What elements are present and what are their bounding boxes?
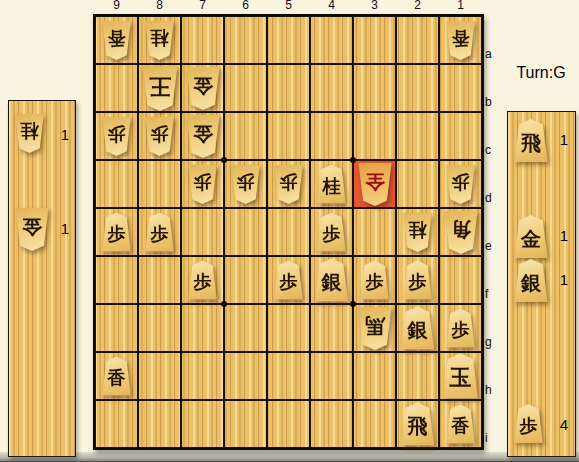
piece-tile: 歩 (316, 213, 347, 252)
piece-kanji: 香 (452, 29, 470, 47)
sente-hand-tray: 飛1金1銀1歩4 (507, 111, 576, 457)
board-square[interactable] (353, 16, 396, 64)
board-square[interactable] (267, 400, 310, 448)
piece-kanji: 香 (452, 417, 470, 435)
hand-piece-count: 1 (554, 227, 574, 244)
board-square[interactable] (310, 64, 353, 112)
piece-tile: 歩 (445, 165, 476, 204)
piece-kanji: 銀 (521, 273, 541, 293)
board-square[interactable] (224, 112, 267, 160)
piece-tile: 桂 (402, 213, 433, 252)
rank-label: e (485, 222, 499, 270)
piece-tile: 桂 (144, 21, 175, 60)
piece-tile: 角 (443, 211, 479, 254)
piece-tile: 香 (445, 405, 476, 444)
piece-kanji: 歩 (280, 173, 298, 191)
piece-kanji: 桂 (323, 177, 341, 195)
shogi-board: 香桂香王金歩歩金歩歩歩桂全歩歩歩歩桂角歩歩銀歩歩馬銀歩香玉飛香 (93, 14, 484, 450)
board-square[interactable]: 歩 (439, 160, 482, 208)
board-square[interactable] (310, 112, 353, 160)
board-square[interactable] (396, 352, 439, 400)
shogi-piece-飛[interactable]: 飛 (513, 119, 549, 162)
board-square[interactable] (95, 64, 138, 112)
piece-kanji: 香 (108, 29, 126, 47)
shogi-piece-歩[interactable]: 歩 (359, 261, 390, 300)
board-square[interactable] (181, 352, 224, 400)
piece-tile: 飛 (400, 403, 436, 446)
file-label: 3 (353, 0, 396, 12)
shogi-piece-角[interactable]: 角 (443, 211, 479, 254)
file-label: 9 (95, 0, 138, 12)
board-square[interactable] (267, 304, 310, 352)
board-square[interactable]: 桂 (396, 208, 439, 256)
file-label: 8 (138, 0, 181, 12)
rank-label: g (485, 318, 499, 366)
shogi-piece-歩[interactable]: 歩 (187, 261, 218, 300)
board-square[interactable]: 飛 (396, 400, 439, 448)
board-square[interactable]: 歩 (138, 208, 181, 256)
board-square[interactable] (181, 208, 224, 256)
board-square[interactable] (439, 112, 482, 160)
hoshi-dot (221, 157, 227, 163)
shogi-piece-歩[interactable]: 歩 (445, 309, 476, 348)
shogi-piece-歩[interactable]: 歩 (445, 165, 476, 204)
shogi-piece-桂[interactable]: 桂 (316, 165, 347, 204)
piece-kanji: 歩 (108, 125, 126, 143)
piece-kanji: 歩 (237, 173, 255, 191)
piece-kanji: 歩 (452, 321, 470, 339)
hoshi-dot (221, 301, 227, 307)
board-square[interactable]: 桂 (310, 160, 353, 208)
board-square[interactable]: 歩 (224, 160, 267, 208)
piece-tile: 銀 (400, 307, 436, 350)
shogi-piece-金[interactable]: 金 (185, 115, 221, 158)
piece-kanji: 歩 (409, 273, 427, 291)
board-square[interactable] (95, 304, 138, 352)
rank-label: h (485, 366, 499, 414)
piece-kanji: 銀 (408, 320, 428, 340)
gote-hand-tray: 桂1金1 (8, 100, 76, 457)
shogi-piece-香[interactable]: 香 (445, 21, 476, 60)
board-square[interactable] (267, 64, 310, 112)
board-square[interactable]: 玉 (439, 352, 482, 400)
piece-tile: 馬 (357, 307, 393, 350)
piece-kanji: 歩 (151, 225, 169, 243)
piece-kanji: 歩 (108, 225, 126, 243)
piece-kanji: 桂 (151, 29, 169, 47)
board-square[interactable] (267, 208, 310, 256)
hoshi-dot (350, 301, 356, 307)
rank-label: c (485, 126, 499, 174)
shogi-piece-銀[interactable]: 銀 (400, 307, 436, 350)
shogi-piece-香[interactable]: 香 (101, 357, 132, 396)
board-square[interactable] (224, 304, 267, 352)
board-square[interactable] (353, 208, 396, 256)
piece-kanji: 歩 (280, 273, 298, 291)
board-square[interactable] (439, 64, 482, 112)
board-square[interactable] (138, 400, 181, 448)
piece-tile: 歩 (513, 404, 544, 443)
piece-tile: 歩 (273, 261, 304, 300)
piece-tile: 歩 (445, 309, 476, 348)
board-square[interactable]: 全 (353, 160, 396, 208)
piece-kanji: 金 (521, 229, 541, 249)
shogi-piece-歩[interactable]: 歩 (316, 213, 347, 252)
hoshi-dot (350, 157, 356, 163)
rank-label: d (485, 174, 499, 222)
piece-kanji: 金 (193, 76, 213, 96)
piece-kanji: 全 (365, 172, 385, 192)
rank-label: a (485, 30, 499, 78)
piece-tile: 金 (14, 208, 50, 251)
shogi-piece-歩[interactable]: 歩 (273, 261, 304, 300)
board-square[interactable]: 銀 (310, 256, 353, 304)
piece-kanji: 飛 (408, 416, 428, 436)
shogi-piece-香[interactable]: 香 (445, 405, 476, 444)
shogi-piece-馬[interactable]: 馬 (357, 307, 393, 350)
board-square[interactable]: 銀 (396, 304, 439, 352)
board-square[interactable] (353, 400, 396, 448)
board-square[interactable]: 香 (95, 16, 138, 64)
shogi-piece-金[interactable]: 金 (513, 215, 549, 258)
board-square[interactable] (138, 160, 181, 208)
board-square[interactable]: 歩 (138, 112, 181, 160)
piece-tile: 金 (185, 67, 221, 110)
shogi-piece-歩[interactable]: 歩 (513, 404, 544, 443)
board-square[interactable]: 歩 (181, 256, 224, 304)
board-square[interactable] (224, 256, 267, 304)
shogi-piece-桂[interactable]: 桂 (402, 213, 433, 252)
piece-kanji: 金 (193, 124, 213, 144)
shogi-piece-全[interactable]: 全 (357, 163, 393, 206)
file-label: 7 (181, 0, 224, 12)
board-square[interactable] (353, 64, 396, 112)
shogi-piece-金[interactable]: 金 (14, 208, 50, 251)
board-square[interactable]: 金 (181, 112, 224, 160)
piece-tile: 全 (357, 163, 393, 206)
board-square[interactable]: 歩 (439, 304, 482, 352)
shogi-piece-歩[interactable]: 歩 (101, 213, 132, 252)
piece-tile: 歩 (273, 165, 304, 204)
board-square[interactable] (396, 160, 439, 208)
board-square[interactable]: 歩 (181, 160, 224, 208)
piece-tile: 歩 (187, 261, 218, 300)
piece-kanji: 銀 (322, 272, 342, 292)
turn-indicator: Turn:G (506, 64, 576, 82)
board-square[interactable] (353, 352, 396, 400)
shogi-piece-金[interactable]: 金 (185, 67, 221, 110)
piece-tile: 桂 (14, 114, 45, 153)
piece-tile: 歩 (144, 117, 175, 156)
board-square[interactable]: 王 (138, 64, 181, 112)
piece-tile: 桂 (316, 165, 347, 204)
board-square[interactable] (224, 352, 267, 400)
piece-kanji: 桂 (409, 221, 427, 239)
board-square[interactable] (181, 16, 224, 64)
board-square[interactable] (396, 112, 439, 160)
shogi-piece-歩[interactable]: 歩 (144, 213, 175, 252)
board-square[interactable] (224, 400, 267, 448)
piece-tile: 歩 (187, 165, 218, 204)
piece-kanji: 歩 (323, 225, 341, 243)
piece-tile: 香 (101, 21, 132, 60)
piece-tile: 歩 (402, 261, 433, 300)
board-square[interactable]: 歩 (267, 160, 310, 208)
board-square[interactable] (95, 256, 138, 304)
shogi-piece-飛[interactable]: 飛 (400, 403, 436, 446)
shogi-piece-桂[interactable]: 桂 (14, 114, 45, 153)
board-square[interactable]: 歩 (353, 256, 396, 304)
shogi-piece-歩[interactable]: 歩 (273, 165, 304, 204)
piece-kanji: 王 (149, 75, 171, 97)
rank-label: b (485, 78, 499, 126)
hand-piece-count: 1 (554, 271, 574, 288)
board-square[interactable] (224, 208, 267, 256)
piece-kanji: 歩 (151, 125, 169, 143)
board-square[interactable]: 香 (95, 352, 138, 400)
board-square[interactable] (138, 256, 181, 304)
hand-piece-count: 1 (554, 131, 574, 148)
piece-tile: 王 (141, 66, 179, 111)
piece-kanji: 歩 (520, 417, 538, 435)
board-square[interactable] (224, 64, 267, 112)
piece-tile: 飛 (513, 119, 549, 162)
shogi-piece-桂[interactable]: 桂 (144, 21, 175, 60)
piece-kanji: 歩 (194, 173, 212, 191)
board-square[interactable] (138, 304, 181, 352)
piece-kanji: 飛 (521, 133, 541, 153)
board-square[interactable]: 歩 (310, 208, 353, 256)
file-label: 5 (267, 0, 310, 12)
shogi-piece-歩[interactable]: 歩 (144, 117, 175, 156)
board-square[interactable]: 角 (439, 208, 482, 256)
piece-tile: 歩 (101, 117, 132, 156)
shogi-piece-銀[interactable]: 銀 (513, 259, 549, 302)
piece-kanji: 香 (108, 369, 126, 387)
file-label: 2 (396, 0, 439, 12)
piece-tile: 玉 (442, 354, 480, 399)
board-square[interactable] (267, 352, 310, 400)
hand-piece-count: 4 (554, 416, 574, 433)
piece-kanji: 金 (22, 218, 42, 238)
shogi-piece-歩[interactable]: 歩 (101, 117, 132, 156)
board-square[interactable] (310, 352, 353, 400)
piece-tile: 金 (185, 115, 221, 158)
board-area: 987654321 abcdefghi 香桂香王金歩歩金歩歩歩桂全歩歩歩歩桂角歩… (93, 14, 484, 450)
shogi-piece-歩[interactable]: 歩 (402, 261, 433, 300)
piece-tile: 歩 (144, 213, 175, 252)
board-square[interactable] (181, 304, 224, 352)
piece-kanji: 歩 (452, 173, 470, 191)
piece-tile: 香 (445, 21, 476, 60)
shogi-piece-香[interactable]: 香 (101, 21, 132, 60)
piece-kanji: 玉 (450, 367, 472, 389)
piece-kanji: 角 (451, 220, 471, 240)
board-square[interactable] (353, 112, 396, 160)
rank-label: f (485, 270, 499, 318)
board-square[interactable] (310, 16, 353, 64)
piece-kanji: 歩 (366, 273, 384, 291)
piece-kanji: 馬 (365, 316, 385, 336)
piece-tile: 歩 (230, 165, 261, 204)
board-square[interactable] (267, 112, 310, 160)
file-label: 6 (224, 0, 267, 12)
piece-tile: 銀 (513, 259, 549, 302)
board-square[interactable]: 香 (439, 16, 482, 64)
board-square[interactable] (181, 400, 224, 448)
board-square[interactable] (224, 16, 267, 64)
shogi-piece-歩[interactable]: 歩 (230, 165, 261, 204)
board-square[interactable] (267, 16, 310, 64)
hand-piece-count: 1 (55, 220, 75, 237)
shogi-piece-歩[interactable]: 歩 (187, 165, 218, 204)
board-square[interactable] (95, 160, 138, 208)
board-square[interactable] (95, 400, 138, 448)
board-square[interactable] (310, 304, 353, 352)
shogi-piece-王[interactable]: 王 (141, 66, 179, 111)
board-square[interactable]: 歩 (396, 256, 439, 304)
board-square[interactable]: 馬 (353, 304, 396, 352)
board-square[interactable]: 金 (181, 64, 224, 112)
board-square[interactable] (396, 64, 439, 112)
piece-kanji: 歩 (194, 273, 212, 291)
piece-tile: 香 (101, 357, 132, 396)
piece-tile: 金 (513, 215, 549, 258)
hand-piece-count: 1 (55, 126, 75, 143)
board-square[interactable] (439, 256, 482, 304)
board-square[interactable]: 歩 (267, 256, 310, 304)
piece-kanji: 桂 (21, 123, 39, 141)
shogi-piece-銀[interactable]: 銀 (314, 259, 350, 302)
file-label: 4 (310, 0, 353, 12)
piece-tile: 歩 (359, 261, 390, 300)
shogi-piece-玉[interactable]: 玉 (442, 354, 480, 399)
file-label: 1 (439, 0, 482, 12)
piece-tile: 銀 (314, 259, 350, 302)
piece-tile: 歩 (101, 213, 132, 252)
board-square[interactable]: 香 (439, 400, 482, 448)
board-square[interactable] (310, 400, 353, 448)
rank-label: i (485, 414, 499, 462)
board-square[interactable] (396, 16, 439, 64)
board-square[interactable]: 桂 (138, 16, 181, 64)
board-square[interactable]: 歩 (95, 208, 138, 256)
board-square[interactable] (138, 352, 181, 400)
board-square[interactable]: 歩 (95, 112, 138, 160)
